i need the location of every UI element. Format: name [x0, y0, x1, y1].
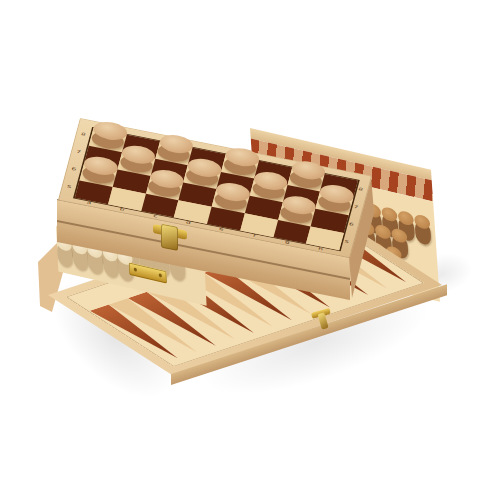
light-checker	[72, 245, 88, 271]
closed-case-brass-clasp	[153, 221, 187, 258]
light-checker	[57, 241, 73, 267]
light-checker	[87, 248, 103, 274]
clasp-body-icon	[161, 224, 178, 251]
latch-tongue-icon	[318, 312, 329, 329]
product-photo-scene: abcdefgh 8765 8765	[0, 0, 500, 500]
light-checker	[102, 252, 118, 278]
